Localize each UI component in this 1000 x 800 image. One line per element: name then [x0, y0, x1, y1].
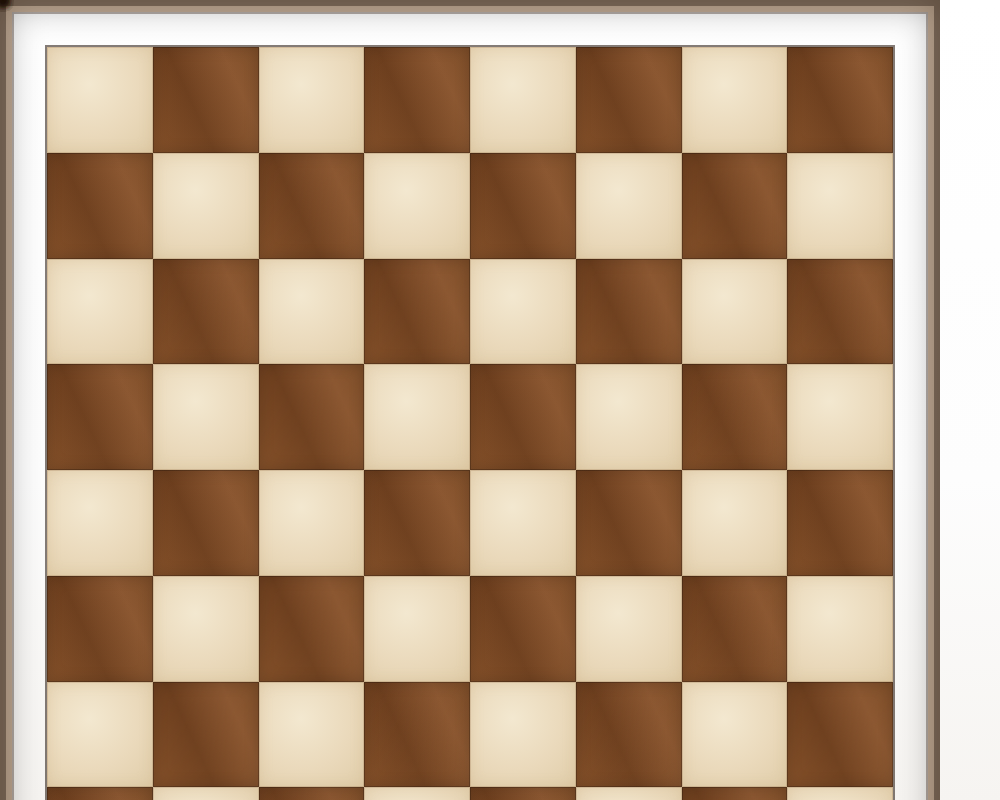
square-d2[interactable] [682, 364, 788, 470]
square-b6[interactable] [259, 153, 365, 259]
square-g1[interactable] [787, 682, 893, 788]
square-a7[interactable] [153, 47, 259, 153]
square-h7[interactable] [153, 787, 259, 800]
square-f6[interactable] [259, 576, 365, 682]
chess-board [47, 47, 893, 800]
square-h3[interactable] [576, 787, 682, 800]
square-a2[interactable] [682, 47, 788, 153]
square-f8[interactable] [47, 576, 153, 682]
square-f1[interactable] [787, 576, 893, 682]
square-e2[interactable] [682, 470, 788, 576]
square-d7[interactable] [153, 364, 259, 470]
square-g3[interactable] [576, 682, 682, 788]
square-c4[interactable] [470, 259, 576, 365]
square-b2[interactable] [682, 153, 788, 259]
square-c5[interactable] [364, 259, 470, 365]
square-c3[interactable] [576, 259, 682, 365]
square-e8[interactable] [47, 470, 153, 576]
square-f2[interactable] [682, 576, 788, 682]
square-f5[interactable] [364, 576, 470, 682]
square-b3[interactable] [576, 153, 682, 259]
square-g6[interactable] [259, 682, 365, 788]
square-d1[interactable] [787, 364, 893, 470]
square-h1[interactable] [787, 787, 893, 800]
square-e1[interactable] [787, 470, 893, 576]
square-d5[interactable] [364, 364, 470, 470]
square-c7[interactable] [153, 259, 259, 365]
square-c1[interactable] [787, 259, 893, 365]
square-c6[interactable] [259, 259, 365, 365]
square-h8[interactable] [47, 787, 153, 800]
square-f7[interactable] [153, 576, 259, 682]
square-f3[interactable] [576, 576, 682, 682]
square-d8[interactable] [47, 364, 153, 470]
chess-board-3d-wrap [0, 0, 940, 800]
square-a4[interactable] [470, 47, 576, 153]
chess-photo-scene: ♚♛♜♝♞♞♟♟♟♟♛♞♞♟♜ [0, 0, 1000, 800]
square-e6[interactable] [259, 470, 365, 576]
square-g5[interactable] [364, 682, 470, 788]
square-e3[interactable] [576, 470, 682, 576]
square-f4[interactable] [470, 576, 576, 682]
square-e7[interactable] [153, 470, 259, 576]
square-b5[interactable] [364, 153, 470, 259]
square-a3[interactable] [576, 47, 682, 153]
square-e4[interactable] [470, 470, 576, 576]
square-a8[interactable] [47, 47, 153, 153]
square-h2[interactable] [682, 787, 788, 800]
square-d4[interactable] [470, 364, 576, 470]
square-d6[interactable] [259, 364, 365, 470]
square-h5[interactable] [364, 787, 470, 800]
square-a1[interactable] [787, 47, 893, 153]
square-g8[interactable] [47, 682, 153, 788]
square-c8[interactable] [47, 259, 153, 365]
square-b8[interactable] [47, 153, 153, 259]
square-b1[interactable] [787, 153, 893, 259]
square-d3[interactable] [576, 364, 682, 470]
square-g4[interactable] [470, 682, 576, 788]
square-b7[interactable] [153, 153, 259, 259]
square-b4[interactable] [470, 153, 576, 259]
square-g7[interactable] [153, 682, 259, 788]
square-g2[interactable] [682, 682, 788, 788]
square-c2[interactable] [682, 259, 788, 365]
square-h4[interactable] [470, 787, 576, 800]
square-h6[interactable] [259, 787, 365, 800]
square-a5[interactable] [364, 47, 470, 153]
square-a6[interactable] [259, 47, 365, 153]
square-e5[interactable] [364, 470, 470, 576]
